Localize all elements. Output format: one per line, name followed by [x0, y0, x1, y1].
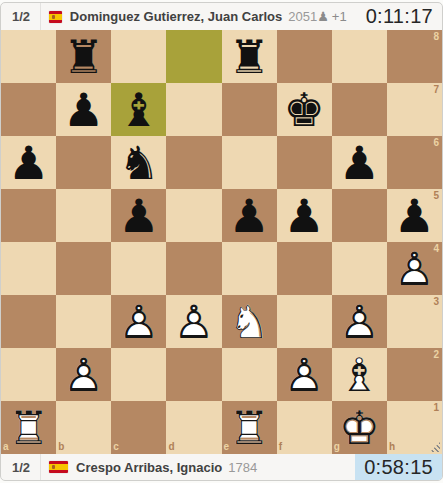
- white-rook[interactable]: ♜♖: [1, 401, 56, 454]
- square-d2[interactable]: [166, 348, 221, 401]
- square-b1[interactable]: b: [56, 401, 111, 454]
- square-b7[interactable]: ♟: [56, 83, 111, 136]
- square-a1[interactable]: a♜♖: [1, 401, 56, 454]
- square-e1[interactable]: e♜♖: [222, 401, 277, 454]
- square-e3[interactable]: ♞♘: [222, 295, 277, 348]
- rank-label-3: 3: [433, 297, 439, 307]
- white-pawn[interactable]: ♟♙: [166, 295, 221, 348]
- white-pawn[interactable]: ♟♙: [387, 242, 442, 295]
- square-d1[interactable]: d: [166, 401, 221, 454]
- black-rook[interactable]: ♜: [56, 30, 111, 83]
- square-f8[interactable]: [277, 30, 332, 83]
- square-h5[interactable]: 5♟: [387, 189, 442, 242]
- flag-emblem: [52, 15, 55, 19]
- black-rook[interactable]: ♜: [222, 30, 277, 83]
- square-e6[interactable]: [222, 136, 277, 189]
- black-pawn[interactable]: ♟: [277, 189, 332, 242]
- flag-emblem: [52, 465, 55, 469]
- rank-label-6: 6: [433, 138, 439, 148]
- square-f7[interactable]: ♚: [277, 83, 332, 136]
- square-c1[interactable]: c: [111, 401, 166, 454]
- square-h6[interactable]: 6: [387, 136, 442, 189]
- black-pawn[interactable]: ♟: [56, 83, 111, 136]
- white-pawn[interactable]: ♟♙: [56, 348, 111, 401]
- square-f1[interactable]: f: [277, 401, 332, 454]
- black-pawn[interactable]: ♟: [222, 189, 277, 242]
- bottom-player-bar: 1/2 Crespo Arribas, Ignacio 1784 0:58:15: [1, 454, 442, 480]
- flag-spain-icon: [49, 461, 68, 473]
- top-player-rating: 2051: [288, 9, 317, 24]
- square-b6[interactable]: [56, 136, 111, 189]
- square-a3[interactable]: [1, 295, 56, 348]
- top-player-clock: 0:11:17: [357, 3, 442, 30]
- white-bishop[interactable]: ♝♗: [332, 348, 387, 401]
- black-bishop[interactable]: ♝: [111, 83, 166, 136]
- file-label-d: d: [168, 442, 174, 452]
- square-b5[interactable]: [56, 189, 111, 242]
- square-h4[interactable]: 4♟♙: [387, 242, 442, 295]
- square-e4[interactable]: [222, 242, 277, 295]
- square-d4[interactable]: [166, 242, 221, 295]
- square-g8[interactable]: [332, 30, 387, 83]
- square-g7[interactable]: [332, 83, 387, 136]
- square-g3[interactable]: ♟♙: [332, 295, 387, 348]
- square-c7[interactable]: ♝: [111, 83, 166, 136]
- square-b8[interactable]: ♜: [56, 30, 111, 83]
- square-g5[interactable]: [332, 189, 387, 242]
- bottom-result: 1/2: [1, 460, 40, 475]
- square-f5[interactable]: ♟: [277, 189, 332, 242]
- black-knight[interactable]: ♞: [111, 136, 166, 189]
- square-e8[interactable]: ♜: [222, 30, 277, 83]
- square-h1[interactable]: h1: [387, 401, 442, 454]
- file-label-h: h: [389, 442, 395, 452]
- square-a4[interactable]: [1, 242, 56, 295]
- square-e5[interactable]: ♟: [222, 189, 277, 242]
- square-h8[interactable]: 8: [387, 30, 442, 83]
- pawn-icon: ♟: [317, 10, 329, 23]
- square-f6[interactable]: [277, 136, 332, 189]
- file-label-f: f: [279, 442, 282, 452]
- black-king[interactable]: ♚: [277, 83, 332, 136]
- chess-board: ♜♜8♟♝♚7♟♞♟6♟♟♟5♟4♟♙♟♙♟♙♞♘♟♙3♟♙♟♙♝♗2a♜♖bc…: [1, 30, 442, 454]
- bottom-player-clock: 0:58:15: [355, 454, 442, 480]
- separator: [40, 3, 41, 30]
- black-pawn[interactable]: ♟: [387, 189, 442, 242]
- square-d5[interactable]: [166, 189, 221, 242]
- square-g4[interactable]: [332, 242, 387, 295]
- top-material-advantage: ♟ +1: [317, 9, 346, 24]
- black-pawn[interactable]: ♟: [111, 189, 166, 242]
- black-pawn[interactable]: ♟: [1, 136, 56, 189]
- square-c2[interactable]: [111, 348, 166, 401]
- white-knight[interactable]: ♞♘: [222, 295, 277, 348]
- square-e7[interactable]: [222, 83, 277, 136]
- square-f4[interactable]: [277, 242, 332, 295]
- rank-label-8: 8: [433, 32, 439, 42]
- white-pawn[interactable]: ♟♙: [332, 295, 387, 348]
- square-f2[interactable]: ♟♙: [277, 348, 332, 401]
- square-g6[interactable]: ♟: [332, 136, 387, 189]
- square-e2[interactable]: [222, 348, 277, 401]
- square-c5[interactable]: ♟: [111, 189, 166, 242]
- square-b4[interactable]: [56, 242, 111, 295]
- square-c3[interactable]: ♟♙: [111, 295, 166, 348]
- square-g1[interactable]: g♚♔: [332, 401, 387, 454]
- square-c4[interactable]: [111, 242, 166, 295]
- rank-label-1: 1: [433, 403, 439, 413]
- top-player-name: Dominguez Gutierrez, Juan Carlos: [70, 9, 282, 24]
- square-d8[interactable]: [166, 30, 221, 83]
- square-h2[interactable]: 2: [387, 348, 442, 401]
- square-a8[interactable]: [1, 30, 56, 83]
- square-h7[interactable]: 7: [387, 83, 442, 136]
- square-a6[interactable]: ♟: [1, 136, 56, 189]
- white-king[interactable]: ♚♔: [332, 401, 387, 454]
- game-widget: 1/2 Dominguez Gutierrez, Juan Carlos 205…: [0, 2, 443, 481]
- white-pawn[interactable]: ♟♙: [277, 348, 332, 401]
- square-f3[interactable]: [277, 295, 332, 348]
- bottom-player-name: Crespo Arribas, Ignacio: [76, 460, 222, 475]
- material-value: +1: [332, 9, 347, 24]
- top-result: 1/2: [1, 9, 40, 24]
- bottom-player-rating: 1784: [228, 460, 257, 475]
- square-a7[interactable]: [1, 83, 56, 136]
- square-h3[interactable]: 3: [387, 295, 442, 348]
- square-a2[interactable]: [1, 348, 56, 401]
- white-pawn[interactable]: ♟♙: [111, 295, 166, 348]
- square-b2[interactable]: ♟♙: [56, 348, 111, 401]
- square-a5[interactable]: [1, 189, 56, 242]
- square-g2[interactable]: ♝♗: [332, 348, 387, 401]
- file-label-b: b: [58, 442, 64, 452]
- top-player-bar: 1/2 Dominguez Gutierrez, Juan Carlos 205…: [1, 3, 442, 30]
- square-c6[interactable]: ♞: [111, 136, 166, 189]
- square-b3[interactable]: [56, 295, 111, 348]
- rank-label-7: 7: [433, 85, 439, 95]
- separator: [40, 454, 41, 480]
- file-label-c: c: [113, 442, 119, 452]
- flag-spain-icon: [49, 11, 62, 23]
- white-rook[interactable]: ♜♖: [222, 401, 277, 454]
- square-c8[interactable]: [111, 30, 166, 83]
- rank-label-2: 2: [433, 350, 439, 360]
- square-d6[interactable]: [166, 136, 221, 189]
- square-d7[interactable]: [166, 83, 221, 136]
- black-pawn[interactable]: ♟: [332, 136, 387, 189]
- square-d3[interactable]: ♟♙: [166, 295, 221, 348]
